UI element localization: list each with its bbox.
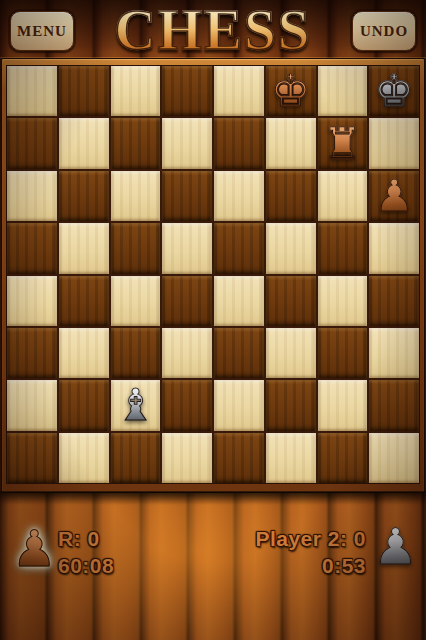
player2-pawn-icon: ♟ bbox=[373, 522, 418, 572]
square-h7[interactable] bbox=[369, 118, 419, 168]
square-d8[interactable] bbox=[162, 66, 212, 116]
square-b7[interactable] bbox=[59, 118, 109, 168]
board-grid: ♚♚♜♟♝ bbox=[6, 65, 420, 484]
square-f7[interactable] bbox=[266, 118, 316, 168]
square-b4[interactable] bbox=[59, 276, 109, 326]
square-c4[interactable] bbox=[111, 276, 161, 326]
square-h8[interactable]: ♚ bbox=[369, 66, 419, 116]
square-c5[interactable] bbox=[111, 223, 161, 273]
square-f2[interactable] bbox=[266, 380, 316, 430]
square-e1[interactable] bbox=[214, 433, 264, 483]
square-a1[interactable] bbox=[7, 433, 57, 483]
square-a6[interactable] bbox=[7, 171, 57, 221]
square-c1[interactable] bbox=[111, 433, 161, 483]
square-f4[interactable] bbox=[266, 276, 316, 326]
square-b6[interactable] bbox=[59, 171, 109, 221]
square-a2[interactable] bbox=[7, 380, 57, 430]
square-h6[interactable]: ♟ bbox=[369, 171, 419, 221]
silver-bishop[interactable]: ♝ bbox=[116, 383, 155, 427]
square-f8[interactable]: ♚ bbox=[266, 66, 316, 116]
square-d4[interactable] bbox=[162, 276, 212, 326]
square-d3[interactable] bbox=[162, 328, 212, 378]
player1-clock: 60:08 bbox=[58, 552, 114, 579]
square-g2[interactable] bbox=[318, 380, 368, 430]
square-f3[interactable] bbox=[266, 328, 316, 378]
square-d1[interactable] bbox=[162, 433, 212, 483]
square-h2[interactable] bbox=[369, 380, 419, 430]
status-bar: ♟ R: 0 60:08 Player 2: 0 0:53 ♟ bbox=[0, 512, 426, 592]
silver-king[interactable]: ♚ bbox=[374, 69, 413, 113]
chess-app-screen: CHESS MENU UNDO ♚♚♜♟♝ ♟ R: 0 60:08 Playe… bbox=[0, 0, 426, 640]
square-e5[interactable] bbox=[214, 223, 264, 273]
player2-info: Player 2: 0 0:53 bbox=[255, 525, 366, 579]
square-a8[interactable] bbox=[7, 66, 57, 116]
board-shadow bbox=[0, 491, 426, 505]
square-b3[interactable] bbox=[59, 328, 109, 378]
square-e2[interactable] bbox=[214, 380, 264, 430]
square-c2[interactable]: ♝ bbox=[111, 380, 161, 430]
square-b1[interactable] bbox=[59, 433, 109, 483]
square-c7[interactable] bbox=[111, 118, 161, 168]
square-b8[interactable] bbox=[59, 66, 109, 116]
square-b5[interactable] bbox=[59, 223, 109, 273]
player1-info: R: 0 60:08 bbox=[58, 525, 114, 579]
copper-king[interactable]: ♚ bbox=[271, 69, 310, 113]
square-g6[interactable] bbox=[318, 171, 368, 221]
square-e7[interactable] bbox=[214, 118, 264, 168]
square-f6[interactable] bbox=[266, 171, 316, 221]
square-c6[interactable] bbox=[111, 171, 161, 221]
square-d7[interactable] bbox=[162, 118, 212, 168]
chess-board: ♚♚♜♟♝ bbox=[1, 58, 425, 493]
square-h4[interactable] bbox=[369, 276, 419, 326]
square-f5[interactable] bbox=[266, 223, 316, 273]
square-a4[interactable] bbox=[7, 276, 57, 326]
square-b2[interactable] bbox=[59, 380, 109, 430]
copper-rook[interactable]: ♜ bbox=[323, 122, 362, 166]
square-a7[interactable] bbox=[7, 118, 57, 168]
square-e6[interactable] bbox=[214, 171, 264, 221]
square-d2[interactable] bbox=[162, 380, 212, 430]
square-g3[interactable] bbox=[318, 328, 368, 378]
square-h1[interactable] bbox=[369, 433, 419, 483]
player1-turn-pawn-icon: ♟ bbox=[12, 524, 57, 574]
square-f1[interactable] bbox=[266, 433, 316, 483]
top-bar: CHESS MENU UNDO bbox=[0, 0, 426, 57]
square-d6[interactable] bbox=[162, 171, 212, 221]
player1-name-score: R: 0 bbox=[58, 525, 114, 552]
copper-pawn[interactable]: ♟ bbox=[374, 174, 413, 218]
player2-name-score: Player 2: 0 bbox=[255, 525, 366, 552]
square-g4[interactable] bbox=[318, 276, 368, 326]
square-g7[interactable]: ♜ bbox=[318, 118, 368, 168]
square-g5[interactable] bbox=[318, 223, 368, 273]
menu-button[interactable]: MENU bbox=[10, 11, 74, 51]
square-a5[interactable] bbox=[7, 223, 57, 273]
square-e8[interactable] bbox=[214, 66, 264, 116]
square-e3[interactable] bbox=[214, 328, 264, 378]
square-g8[interactable] bbox=[318, 66, 368, 116]
square-a3[interactable] bbox=[7, 328, 57, 378]
square-h5[interactable] bbox=[369, 223, 419, 273]
square-g1[interactable] bbox=[318, 433, 368, 483]
square-e4[interactable] bbox=[214, 276, 264, 326]
undo-button[interactable]: UNDO bbox=[352, 11, 416, 51]
player2-clock: 0:53 bbox=[255, 552, 366, 579]
square-c3[interactable] bbox=[111, 328, 161, 378]
square-h3[interactable] bbox=[369, 328, 419, 378]
square-d5[interactable] bbox=[162, 223, 212, 273]
square-c8[interactable] bbox=[111, 66, 161, 116]
